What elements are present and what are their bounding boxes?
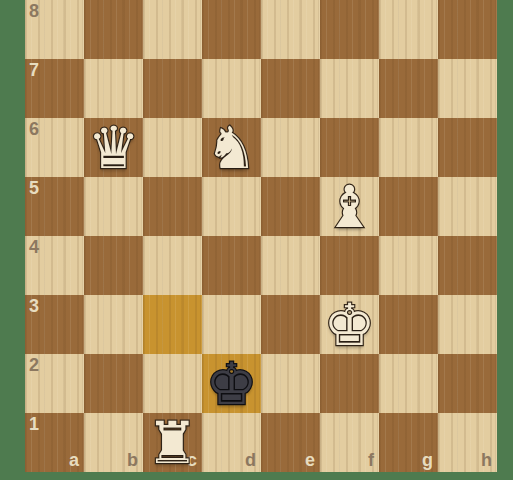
square-h4[interactable]	[438, 236, 497, 295]
square-e8[interactable]	[261, 0, 320, 59]
white-king[interactable]: ♚	[320, 295, 379, 354]
square-g6[interactable]	[379, 118, 438, 177]
file-label-e: e	[305, 450, 315, 471]
square-g7[interactable]	[379, 59, 438, 118]
square-c3[interactable]	[143, 295, 202, 354]
rank-label-8: 8	[29, 1, 39, 22]
square-b5[interactable]	[84, 177, 143, 236]
square-b8[interactable]	[84, 0, 143, 59]
square-d7[interactable]	[202, 59, 261, 118]
square-f2[interactable]	[320, 354, 379, 413]
square-h1[interactable]: h	[438, 413, 497, 472]
rank-label-5: 5	[29, 178, 39, 199]
rank-label-3: 3	[29, 296, 39, 317]
square-h6[interactable]	[438, 118, 497, 177]
square-f1[interactable]: f	[320, 413, 379, 472]
square-d2[interactable]: ♚	[202, 354, 261, 413]
square-f4[interactable]	[320, 236, 379, 295]
file-label-b: b	[127, 450, 138, 471]
square-a1[interactable]: 1a	[25, 413, 84, 472]
rank-label-1: 1	[29, 414, 39, 435]
square-h7[interactable]	[438, 59, 497, 118]
square-c4[interactable]	[143, 236, 202, 295]
white-queen[interactable]: ♛	[84, 118, 143, 177]
square-f7[interactable]	[320, 59, 379, 118]
square-b7[interactable]	[84, 59, 143, 118]
square-d1[interactable]: d	[202, 413, 261, 472]
black-king[interactable]: ♚	[202, 354, 261, 413]
square-d6[interactable]: ♞	[202, 118, 261, 177]
file-label-h: h	[481, 450, 492, 471]
square-c2[interactable]	[143, 354, 202, 413]
square-e2[interactable]	[261, 354, 320, 413]
square-e4[interactable]	[261, 236, 320, 295]
square-a4[interactable]: 4	[25, 236, 84, 295]
square-g4[interactable]	[379, 236, 438, 295]
square-e7[interactable]	[261, 59, 320, 118]
square-e6[interactable]	[261, 118, 320, 177]
file-label-a: a	[69, 450, 79, 471]
square-c1[interactable]: c♜	[143, 413, 202, 472]
square-a7[interactable]: 7	[25, 59, 84, 118]
square-c8[interactable]	[143, 0, 202, 59]
square-a6[interactable]: 6	[25, 118, 84, 177]
square-b1[interactable]: b	[84, 413, 143, 472]
square-a3[interactable]: 3	[25, 295, 84, 354]
square-h2[interactable]	[438, 354, 497, 413]
square-f6[interactable]	[320, 118, 379, 177]
rank-label-6: 6	[29, 119, 39, 140]
square-d5[interactable]	[202, 177, 261, 236]
rank-label-7: 7	[29, 60, 39, 81]
square-g2[interactable]	[379, 354, 438, 413]
rank-label-4: 4	[29, 237, 39, 258]
square-h8[interactable]	[438, 0, 497, 59]
square-d4[interactable]	[202, 236, 261, 295]
square-c7[interactable]	[143, 59, 202, 118]
file-label-g: g	[422, 450, 433, 471]
file-label-f: f	[368, 450, 374, 471]
square-c5[interactable]	[143, 177, 202, 236]
square-e5[interactable]	[261, 177, 320, 236]
square-f5[interactable]: ♝	[320, 177, 379, 236]
square-e1[interactable]: e	[261, 413, 320, 472]
square-c6[interactable]	[143, 118, 202, 177]
game-background: 876♛♞5♝43♚2♚1abc♜defgh	[0, 0, 513, 480]
square-f8[interactable]	[320, 0, 379, 59]
white-rook[interactable]: ♜	[143, 413, 202, 472]
square-d3[interactable]	[202, 295, 261, 354]
rank-label-2: 2	[29, 355, 39, 376]
square-b3[interactable]	[84, 295, 143, 354]
square-e3[interactable]	[261, 295, 320, 354]
square-g8[interactable]	[379, 0, 438, 59]
square-f3[interactable]: ♚	[320, 295, 379, 354]
square-a2[interactable]: 2	[25, 354, 84, 413]
square-g1[interactable]: g	[379, 413, 438, 472]
square-d8[interactable]	[202, 0, 261, 59]
white-knight[interactable]: ♞	[202, 118, 261, 177]
white-bishop[interactable]: ♝	[320, 177, 379, 236]
square-a8[interactable]: 8	[25, 0, 84, 59]
square-a5[interactable]: 5	[25, 177, 84, 236]
file-label-d: d	[245, 450, 256, 471]
square-b4[interactable]	[84, 236, 143, 295]
square-b2[interactable]	[84, 354, 143, 413]
square-h5[interactable]	[438, 177, 497, 236]
square-h3[interactable]	[438, 295, 497, 354]
square-g3[interactable]	[379, 295, 438, 354]
chess-board: 876♛♞5♝43♚2♚1abc♜defgh	[25, 0, 497, 472]
square-g5[interactable]	[379, 177, 438, 236]
square-b6[interactable]: ♛	[84, 118, 143, 177]
